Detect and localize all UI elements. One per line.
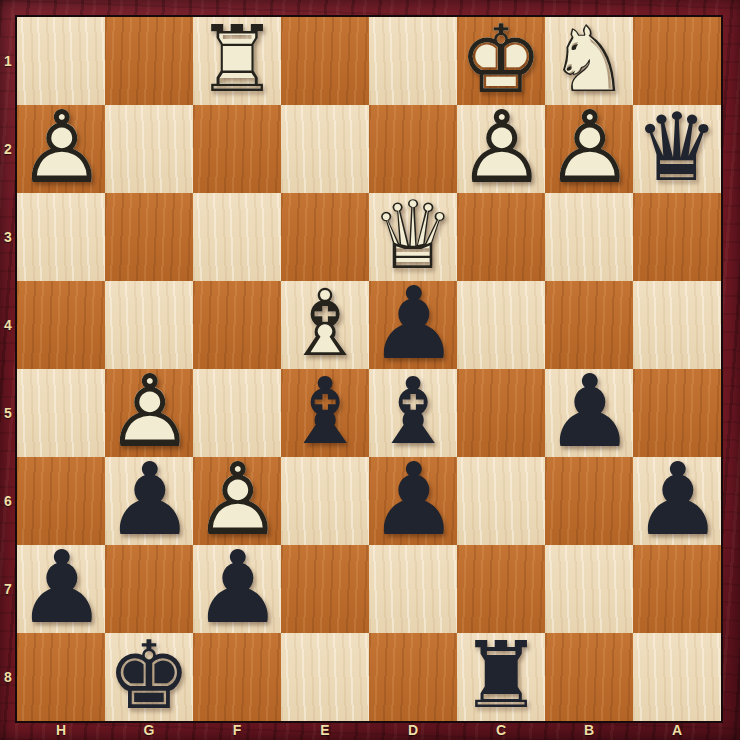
- square-b6[interactable]: [545, 457, 633, 545]
- piece-black-king[interactable]: ♚: [105, 633, 193, 721]
- piece-black-pawn[interactable]: ♟: [193, 545, 281, 633]
- square-b5[interactable]: ♟: [545, 369, 633, 457]
- file-label-f: F: [193, 720, 281, 740]
- rank-label-3: 3: [0, 193, 16, 281]
- piece-black-pawn[interactable]: ♟: [369, 457, 457, 545]
- square-f7[interactable]: ♟: [193, 545, 281, 633]
- piece-black-bishop[interactable]: ♝: [281, 369, 369, 457]
- square-g3[interactable]: [105, 193, 193, 281]
- piece-glyph-fill: ♚: [105, 633, 193, 721]
- piece-black-pawn[interactable]: ♟: [105, 457, 193, 545]
- square-a3[interactable]: [633, 193, 721, 281]
- square-h4[interactable]: [17, 281, 105, 369]
- square-e7[interactable]: [281, 545, 369, 633]
- square-a6[interactable]: ♟: [633, 457, 721, 545]
- square-e5[interactable]: ♝: [281, 369, 369, 457]
- file-label-b: B: [545, 720, 633, 740]
- square-a2[interactable]: ♛: [633, 105, 721, 193]
- square-b7[interactable]: [545, 545, 633, 633]
- piece-glyph-line: ♖: [193, 17, 281, 105]
- piece-glyph-fill: ♟: [545, 369, 633, 457]
- piece-glyph-fill: ♝: [281, 369, 369, 457]
- piece-glyph-fill: ♟: [193, 545, 281, 633]
- piece-white-pawn[interactable]: ♟♙: [545, 105, 633, 193]
- file-label-g: G: [105, 720, 193, 740]
- piece-black-pawn[interactable]: ♟: [369, 281, 457, 369]
- file-label-e: E: [281, 720, 369, 740]
- square-g1[interactable]: [105, 17, 193, 105]
- square-b3[interactable]: [545, 193, 633, 281]
- piece-black-queen[interactable]: ♛: [633, 105, 721, 193]
- file-label-c: C: [457, 720, 545, 740]
- square-b2[interactable]: ♟♙: [545, 105, 633, 193]
- piece-glyph-line: ♗: [281, 281, 369, 369]
- square-a1[interactable]: [633, 17, 721, 105]
- square-d2[interactable]: [369, 105, 457, 193]
- square-e3[interactable]: [281, 193, 369, 281]
- file-label-h: H: [17, 720, 105, 740]
- square-d1[interactable]: [369, 17, 457, 105]
- piece-glyph-fill: ♟: [17, 545, 105, 633]
- square-c4[interactable]: [457, 281, 545, 369]
- piece-glyph-fill: ♟: [633, 457, 721, 545]
- rank-label-6: 6: [0, 457, 16, 545]
- piece-black-pawn[interactable]: ♟: [545, 369, 633, 457]
- rank-label-7: 7: [0, 545, 16, 633]
- square-d7[interactable]: [369, 545, 457, 633]
- square-a4[interactable]: [633, 281, 721, 369]
- piece-glyph-fill: ♟: [369, 281, 457, 369]
- square-d8[interactable]: [369, 633, 457, 721]
- piece-glyph-line: ♙: [545, 105, 633, 193]
- rank-label-8: 8: [0, 633, 16, 721]
- square-c6[interactable]: [457, 457, 545, 545]
- square-c5[interactable]: [457, 369, 545, 457]
- chess-board-grid: ♜♖♚♔♞♘♟♙♟♙♟♙♛♛♕♝♗♟♟♙♝♝♟♟♟♙♟♟♟♟♚♜: [17, 17, 721, 721]
- square-g6[interactable]: ♟: [105, 457, 193, 545]
- square-c7[interactable]: [457, 545, 545, 633]
- piece-white-rook[interactable]: ♜♖: [193, 17, 281, 105]
- chess-board: ♜♖♚♔♞♘♟♙♟♙♟♙♛♛♕♝♗♟♟♙♝♝♟♟♟♙♟♟♟♟♚♜ 1234567…: [0, 0, 740, 740]
- square-e1[interactable]: [281, 17, 369, 105]
- file-label-a: A: [633, 720, 721, 740]
- square-f4[interactable]: [193, 281, 281, 369]
- piece-glyph-fill: ♟: [105, 457, 193, 545]
- square-f1[interactable]: ♜♖: [193, 17, 281, 105]
- square-f2[interactable]: [193, 105, 281, 193]
- file-label-d: D: [369, 720, 457, 740]
- square-g8[interactable]: ♚: [105, 633, 193, 721]
- square-e4[interactable]: ♝♗: [281, 281, 369, 369]
- piece-glyph-line: ♙: [17, 105, 105, 193]
- piece-black-pawn[interactable]: ♟: [17, 545, 105, 633]
- square-c8[interactable]: ♜: [457, 633, 545, 721]
- square-a8[interactable]: [633, 633, 721, 721]
- square-e2[interactable]: [281, 105, 369, 193]
- square-g2[interactable]: [105, 105, 193, 193]
- square-h3[interactable]: [17, 193, 105, 281]
- square-e6[interactable]: [281, 457, 369, 545]
- rank-label-5: 5: [0, 369, 16, 457]
- square-b8[interactable]: [545, 633, 633, 721]
- square-h2[interactable]: ♟♙: [17, 105, 105, 193]
- square-g7[interactable]: [105, 545, 193, 633]
- square-d4[interactable]: ♟: [369, 281, 457, 369]
- piece-glyph-fill: ♛: [633, 105, 721, 193]
- rank-label-1: 1: [0, 17, 16, 105]
- piece-black-rook[interactable]: ♜: [457, 633, 545, 721]
- piece-glyph-fill: ♜: [457, 633, 545, 721]
- piece-white-pawn[interactable]: ♟♙: [457, 105, 545, 193]
- piece-black-pawn[interactable]: ♟: [633, 457, 721, 545]
- square-f8[interactable]: [193, 633, 281, 721]
- square-a7[interactable]: [633, 545, 721, 633]
- square-f3[interactable]: [193, 193, 281, 281]
- square-h7[interactable]: ♟: [17, 545, 105, 633]
- piece-white-pawn[interactable]: ♟♙: [17, 105, 105, 193]
- square-e8[interactable]: [281, 633, 369, 721]
- square-h5[interactable]: [17, 369, 105, 457]
- rank-label-2: 2: [0, 105, 16, 193]
- rank-label-4: 4: [0, 281, 16, 369]
- square-h8[interactable]: [17, 633, 105, 721]
- square-c2[interactable]: ♟♙: [457, 105, 545, 193]
- square-d6[interactable]: ♟: [369, 457, 457, 545]
- piece-glyph-line: ♙: [457, 105, 545, 193]
- square-c3[interactable]: [457, 193, 545, 281]
- piece-white-bishop[interactable]: ♝♗: [281, 281, 369, 369]
- piece-glyph-fill: ♟: [369, 457, 457, 545]
